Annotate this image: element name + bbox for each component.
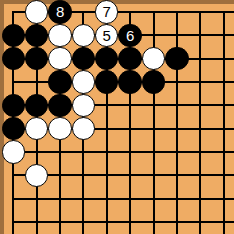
go-board: 8756 [0,0,234,234]
move-number-label: 6 [126,28,134,43]
black-stone [2,117,25,140]
move-number-label: 5 [103,28,111,43]
black-stone [142,70,165,93]
black-stone [95,47,118,70]
white-stone [72,24,95,47]
grid-line-vertical [199,11,201,234]
black-stone [48,94,71,117]
white-stone [72,94,95,117]
move-number-label: 8 [56,4,64,19]
white-stone [72,117,95,140]
white-stone [25,0,48,23]
white-stone [48,24,71,47]
black-stone [25,94,48,117]
black-stone [25,24,48,47]
white-stone-move-5: 5 [95,24,118,47]
grid-line-vertical [153,11,155,234]
black-stone [2,24,25,47]
black-stone [48,70,71,93]
move-number-label: 7 [103,4,111,19]
black-stone [25,47,48,70]
white-stone [72,70,95,93]
black-stone [118,70,141,93]
white-stone [48,117,71,140]
white-stone [25,117,48,140]
black-stone [2,94,25,117]
black-stone [165,47,188,70]
black-stone [72,47,95,70]
white-stone [142,47,165,70]
white-stone [25,164,48,187]
white-stone-move-7: 7 [95,0,118,23]
grid-line-vertical [176,11,178,234]
black-stone [95,70,118,93]
black-stone [2,47,25,70]
go-board-diagram: 8756 [0,0,234,234]
white-stone [48,47,71,70]
black-stone-move-8: 8 [48,0,71,23]
black-stone-move-6: 6 [118,24,141,47]
grid-line-vertical [223,11,225,234]
black-stone [118,47,141,70]
white-stone [2,140,25,163]
